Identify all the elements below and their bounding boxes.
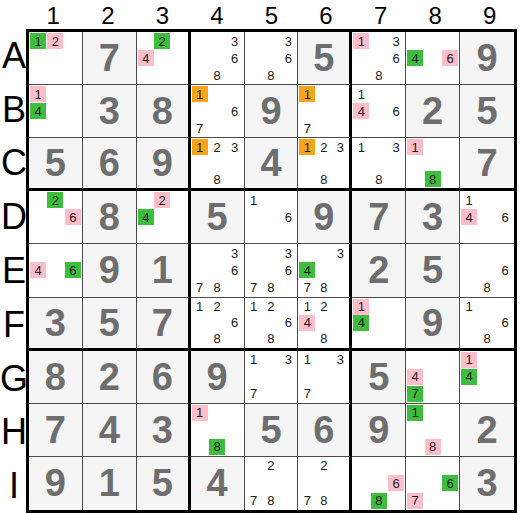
- candidate-7: 7: [192, 280, 208, 296]
- candidate-3: 3: [388, 33, 404, 49]
- pencil-marks: 18: [407, 405, 458, 455]
- candidate-3: 3: [227, 245, 243, 261]
- cell-F7[interactable]: 14: [352, 298, 406, 351]
- cell-G4[interactable]: 9: [191, 351, 245, 404]
- cell-value: 7: [99, 39, 120, 77]
- cell-D1[interactable]: 26: [29, 191, 83, 244]
- cell-E3[interactable]: 1: [137, 244, 191, 297]
- cell-C3[interactable]: 9: [137, 138, 191, 191]
- column-label-4: 4: [190, 0, 245, 29]
- cell-C2[interactable]: 6: [83, 138, 137, 191]
- candidate-1: 1: [246, 352, 262, 368]
- cell-C7[interactable]: 138: [352, 138, 406, 191]
- cell-value: 9: [422, 304, 443, 342]
- cell-value: 1: [99, 464, 120, 502]
- pencil-marks: 17: [299, 86, 348, 136]
- pencil-marks: 18: [192, 405, 243, 455]
- cell-value: 9: [260, 92, 281, 130]
- candidate-6: 6: [280, 262, 296, 278]
- candidate-1-green: 1: [407, 405, 423, 421]
- cell-value: 5: [152, 464, 173, 502]
- candidate-4-green: 4: [407, 50, 423, 66]
- candidate-6-pink: 6: [388, 475, 404, 491]
- cell-value: 9: [45, 464, 66, 502]
- cell-H6[interactable]: 6: [298, 404, 352, 457]
- candidate-6: 6: [497, 209, 513, 225]
- cell-D6[interactable]: 9: [298, 191, 352, 244]
- cell-C9[interactable]: 7: [460, 138, 514, 191]
- candidate-8: 8: [316, 280, 332, 296]
- candidate-8-green: 8: [425, 171, 441, 187]
- cell-H8[interactable]: 18: [406, 404, 460, 457]
- cell-H3[interactable]: 3: [137, 404, 191, 457]
- cell-value: 4: [260, 144, 281, 182]
- candidate-4-green: 4: [299, 262, 315, 278]
- column-label-6: 6: [299, 0, 354, 29]
- candidate-4-green: 4: [353, 315, 369, 331]
- candidate-1: 1: [299, 352, 315, 368]
- candidate-1: 1: [461, 299, 477, 315]
- pencil-marks: 47: [407, 352, 458, 402]
- cell-D9[interactable]: 146: [460, 191, 514, 244]
- cell-E2[interactable]: 9: [83, 244, 137, 297]
- pencil-marks: 167: [192, 86, 243, 136]
- row-label-C: C: [0, 137, 28, 191]
- pencil-marks: 138: [353, 139, 404, 187]
- pencil-marks: 137: [299, 352, 348, 402]
- cell-value: 7: [45, 411, 66, 449]
- candidate-4-green: 4: [461, 369, 477, 385]
- cell-A9[interactable]: 9: [460, 32, 514, 85]
- candidate-8: 8: [209, 171, 225, 187]
- candidate-6-green: 6: [442, 475, 458, 491]
- cell-I3[interactable]: 5: [137, 457, 191, 510]
- candidate-1-pink: 1: [353, 299, 369, 315]
- candidate-8: 8: [209, 280, 225, 296]
- candidate-7: 7: [299, 120, 315, 136]
- cell-F1[interactable]: 3: [29, 298, 83, 351]
- candidate-6-pink: 6: [65, 209, 81, 225]
- cell-B1[interactable]: 14: [29, 85, 83, 138]
- row-label-I: I: [0, 459, 28, 513]
- candidate-8: 8: [209, 67, 225, 83]
- cell-G8[interactable]: 47: [406, 351, 460, 404]
- pencil-marks: 68: [461, 245, 513, 295]
- candidate-2: 2: [209, 139, 225, 155]
- cell-H1[interactable]: 7: [29, 404, 83, 457]
- pencil-marks: 368: [246, 33, 297, 83]
- candidate-1: 1: [461, 192, 477, 208]
- candidate-4-green: 4: [138, 209, 154, 225]
- cell-G5[interactable]: 137: [245, 351, 299, 404]
- candidate-2-pink: 2: [154, 192, 170, 208]
- candidate-8-pink: 8: [425, 439, 441, 455]
- pencil-marks: 1268: [192, 299, 243, 347]
- column-label-9: 9: [462, 0, 517, 29]
- cell-E4[interactable]: 3678: [191, 244, 245, 297]
- candidate-2: 2: [263, 299, 279, 315]
- cell-D7[interactable]: 7: [352, 191, 406, 244]
- column-label-2: 2: [81, 0, 136, 29]
- candidate-6: 6: [497, 315, 513, 331]
- candidate-8: 8: [479, 331, 495, 347]
- candidate-1: 1: [246, 192, 262, 208]
- pencil-marks: 14: [461, 352, 513, 402]
- column-label-8: 8: [408, 0, 463, 29]
- cell-value: 2: [368, 251, 389, 289]
- candidate-6: 6: [497, 262, 513, 278]
- candidate-2-green: 2: [47, 192, 63, 208]
- cell-B9[interactable]: 5: [460, 85, 514, 138]
- cell-G1[interactable]: 8: [29, 351, 83, 404]
- pencil-marks: 3678: [192, 245, 243, 295]
- candidate-3: 3: [227, 139, 243, 155]
- sudoku-board: 1272436836851368469143816791714625569123…: [26, 29, 517, 513]
- candidate-7-green: 7: [407, 386, 423, 402]
- column-label-5: 5: [244, 0, 299, 29]
- pencil-marks: 14: [353, 299, 404, 347]
- cell-F9[interactable]: 168: [460, 298, 514, 351]
- pencil-marks: 1248: [299, 299, 348, 347]
- candidate-2: 2: [316, 139, 332, 155]
- pencil-marks: 46: [30, 245, 81, 295]
- cell-value: 6: [152, 358, 173, 396]
- candidate-7: 7: [246, 280, 262, 296]
- cell-D8[interactable]: 3: [406, 191, 460, 244]
- candidate-1: 1: [353, 86, 369, 102]
- candidate-3: 3: [280, 245, 296, 261]
- cell-D3[interactable]: 24: [137, 191, 191, 244]
- cell-value: 5: [99, 304, 120, 342]
- cell-F5[interactable]: 1268: [245, 298, 299, 351]
- candidate-7: 7: [246, 386, 262, 402]
- cell-C4[interactable]: 1238: [191, 138, 245, 191]
- candidate-6: 6: [227, 262, 243, 278]
- cell-G3[interactable]: 6: [137, 351, 191, 404]
- cell-B8[interactable]: 2: [406, 85, 460, 138]
- candidate-6: 6: [280, 209, 296, 225]
- pencil-marks: 68: [353, 458, 404, 509]
- candidate-7: 7: [192, 120, 208, 136]
- candidate-6: 6: [280, 315, 296, 331]
- candidate-8: 8: [316, 171, 332, 187]
- candidate-8: 8: [209, 331, 225, 347]
- pencil-marks: 137: [246, 352, 297, 402]
- candidate-3: 3: [332, 352, 348, 368]
- pencil-marks: 67: [407, 458, 458, 509]
- pencil-marks: 3478: [299, 245, 348, 295]
- cell-D4[interactable]: 5: [191, 191, 245, 244]
- cell-E8[interactable]: 5: [406, 244, 460, 297]
- cell-value: 3: [476, 464, 497, 502]
- pencil-marks: 16: [246, 192, 297, 242]
- cell-value: 3: [152, 411, 173, 449]
- row-label-B: B: [0, 83, 28, 137]
- cell-B6[interactable]: 17: [298, 85, 352, 138]
- cell-I6[interactable]: 278: [298, 457, 352, 510]
- cell-B4[interactable]: 167: [191, 85, 245, 138]
- cell-value: 5: [422, 251, 443, 289]
- candidate-3: 3: [227, 33, 243, 49]
- candidate-4-pink: 4: [407, 369, 423, 385]
- cell-value: 5: [45, 144, 66, 182]
- candidate-8: 8: [371, 67, 387, 83]
- column-labels: 123456789: [26, 0, 517, 29]
- cell-E1[interactable]: 46: [29, 244, 83, 297]
- candidate-2: 2: [316, 299, 332, 315]
- pencil-marks: 3678: [246, 245, 297, 295]
- row-label-D: D: [0, 190, 28, 244]
- cell-value: 5: [207, 198, 228, 236]
- sudoku-app: 123456789 ABCDEFGHI 12724368368513684691…: [0, 0, 520, 513]
- column-label-7: 7: [353, 0, 408, 29]
- cell-D2[interactable]: 8: [83, 191, 137, 244]
- pencil-marks: 14: [30, 86, 81, 136]
- candidate-1-orange: 1: [299, 86, 315, 102]
- candidate-1-orange: 1: [192, 139, 208, 155]
- cell-C6[interactable]: 1238: [298, 138, 352, 191]
- cell-I9[interactable]: 3: [460, 457, 514, 510]
- cell-A4[interactable]: 368: [191, 32, 245, 85]
- candidate-2-pink: 2: [47, 33, 63, 49]
- cell-A3[interactable]: 24: [137, 32, 191, 85]
- candidate-8: 8: [263, 67, 279, 83]
- cell-D5[interactable]: 16: [245, 191, 299, 244]
- cell-value: 4: [207, 464, 228, 502]
- candidate-1: 1: [246, 299, 262, 315]
- cell-value: 3: [422, 198, 443, 236]
- cell-I8[interactable]: 67: [406, 457, 460, 510]
- candidate-3: 3: [280, 33, 296, 49]
- pencil-marks: 278: [299, 458, 348, 509]
- row-label-F: F: [0, 298, 28, 352]
- cell-C8[interactable]: 18: [406, 138, 460, 191]
- cell-C5[interactable]: 4: [245, 138, 299, 191]
- candidate-1-green: 1: [30, 33, 46, 49]
- row-label-G: G: [0, 352, 28, 406]
- candidate-1-orange: 1: [192, 86, 208, 102]
- cell-B3[interactable]: 8: [137, 85, 191, 138]
- cell-F4[interactable]: 1268: [191, 298, 245, 351]
- candidate-1-pink: 1: [192, 405, 208, 421]
- candidate-8-green: 8: [209, 439, 225, 455]
- cell-H7[interactable]: 9: [352, 404, 406, 457]
- cell-C1[interactable]: 5: [29, 138, 83, 191]
- cell-A1[interactable]: 12: [29, 32, 83, 85]
- cell-A6[interactable]: 5: [298, 32, 352, 85]
- pencil-marks: 146: [353, 86, 404, 136]
- candidate-1-pink: 1: [353, 33, 369, 49]
- cell-F8[interactable]: 9: [406, 298, 460, 351]
- candidate-6: 6: [280, 50, 296, 66]
- candidate-2: 2: [209, 299, 225, 315]
- cell-H5[interactable]: 5: [245, 404, 299, 457]
- cell-value: 7: [368, 198, 389, 236]
- cell-value: 5: [260, 411, 281, 449]
- pencil-marks: 24: [138, 192, 187, 242]
- cell-value: 7: [476, 144, 497, 182]
- candidate-3: 3: [332, 139, 348, 155]
- cell-G2[interactable]: 2: [83, 351, 137, 404]
- candidate-6: 6: [227, 315, 243, 331]
- candidate-6-green: 6: [65, 262, 81, 278]
- candidate-4-pink: 4: [353, 103, 369, 119]
- cell-value: 9: [476, 39, 497, 77]
- pencil-marks: 26: [30, 192, 81, 242]
- candidate-8: 8: [263, 280, 279, 296]
- pencil-marks: 18: [407, 139, 458, 187]
- pencil-marks: 1268: [246, 299, 297, 347]
- cell-A8[interactable]: 46: [406, 32, 460, 85]
- column-label-3: 3: [135, 0, 190, 29]
- row-labels: ABCDEFGHI: [0, 29, 26, 513]
- pencil-marks: 168: [461, 299, 513, 347]
- candidate-1-pink: 1: [407, 139, 423, 155]
- cell-value: 9: [152, 144, 173, 182]
- cell-F6[interactable]: 1248: [298, 298, 352, 351]
- pencil-marks: 1238: [299, 139, 348, 187]
- cell-value: 9: [313, 198, 334, 236]
- cell-A2[interactable]: 7: [83, 32, 137, 85]
- cell-B7[interactable]: 146: [352, 85, 406, 138]
- candidate-1-pink: 1: [461, 352, 477, 368]
- cell-H4[interactable]: 18: [191, 404, 245, 457]
- cell-I7[interactable]: 68: [352, 457, 406, 510]
- candidate-2: 2: [316, 458, 332, 474]
- candidate-3: 3: [388, 139, 404, 155]
- cell-B5[interactable]: 9: [245, 85, 299, 138]
- cell-value: 2: [99, 358, 120, 396]
- candidate-4-pink: 4: [299, 315, 315, 331]
- cell-value: 8: [45, 358, 66, 396]
- pencil-marks: 12: [30, 33, 81, 83]
- cell-I5[interactable]: 278: [245, 457, 299, 510]
- pencil-marks: 24: [138, 33, 187, 83]
- candidate-1-pink: 1: [30, 86, 46, 102]
- candidate-3: 3: [332, 245, 348, 261]
- cell-H9[interactable]: 2: [460, 404, 514, 457]
- cell-value: 5: [368, 358, 389, 396]
- candidate-8: 8: [316, 493, 332, 509]
- cell-G7[interactable]: 5: [352, 351, 406, 404]
- cell-F3[interactable]: 7: [137, 298, 191, 351]
- cell-I1[interactable]: 9: [29, 457, 83, 510]
- candidate-1-orange: 1: [299, 139, 315, 155]
- cell-value: 9: [368, 411, 389, 449]
- cell-value: 2: [422, 92, 443, 130]
- pencil-marks: 368: [192, 33, 243, 83]
- cell-A5[interactable]: 368: [245, 32, 299, 85]
- candidate-7: 7: [299, 493, 315, 509]
- cell-E6[interactable]: 3478: [298, 244, 352, 297]
- cell-I2[interactable]: 1: [83, 457, 137, 510]
- cell-G6[interactable]: 137: [298, 351, 352, 404]
- candidate-4-pink: 4: [461, 209, 477, 225]
- cell-value: 1: [152, 251, 173, 289]
- candidate-8: 8: [263, 493, 279, 509]
- cell-H2[interactable]: 4: [83, 404, 137, 457]
- candidate-1: 1: [353, 139, 369, 155]
- candidate-8-green: 8: [371, 493, 387, 509]
- candidate-8: 8: [316, 331, 332, 347]
- cell-value: 2: [476, 411, 497, 449]
- pencil-marks: 146: [461, 192, 513, 242]
- pencil-marks: 1368: [353, 33, 404, 83]
- row-label-H: H: [0, 405, 28, 459]
- candidate-7-pink: 7: [407, 493, 423, 509]
- cell-F2[interactable]: 5: [83, 298, 137, 351]
- candidate-1: 1: [192, 299, 208, 315]
- candidate-4-pink: 4: [30, 262, 46, 278]
- pencil-marks: 1238: [192, 139, 243, 187]
- candidate-3: 3: [280, 352, 296, 368]
- cell-G9[interactable]: 14: [460, 351, 514, 404]
- cell-value: 3: [99, 92, 120, 130]
- candidate-2: 2: [263, 458, 279, 474]
- cell-E5[interactable]: 3678: [245, 244, 299, 297]
- row-label-E: E: [0, 244, 28, 298]
- cell-value: 8: [152, 92, 173, 130]
- candidate-8: 8: [263, 331, 279, 347]
- pencil-marks: 278: [246, 458, 297, 509]
- cell-value: 8: [99, 198, 120, 236]
- column-label-1: 1: [26, 0, 81, 29]
- cell-value: 9: [99, 251, 120, 289]
- candidate-6: 6: [227, 103, 243, 119]
- pencil-marks: 46: [407, 33, 458, 83]
- candidate-8: 8: [479, 280, 495, 296]
- candidate-7: 7: [246, 493, 262, 509]
- cell-value: 6: [313, 411, 334, 449]
- cell-value: 3: [45, 304, 66, 342]
- cell-value: 5: [476, 92, 497, 130]
- candidate-6: 6: [388, 50, 404, 66]
- cell-B2[interactable]: 3: [83, 85, 137, 138]
- candidate-6-pink: 6: [442, 50, 458, 66]
- cell-value: 7: [152, 304, 173, 342]
- candidate-7: 7: [299, 280, 315, 296]
- cell-value: 9: [207, 358, 228, 396]
- candidate-8: 8: [371, 171, 387, 187]
- candidate-4-green: 4: [30, 103, 46, 119]
- candidate-6: 6: [227, 50, 243, 66]
- candidate-2-green: 2: [154, 33, 170, 49]
- cell-E9[interactable]: 68: [460, 244, 514, 297]
- candidate-1: 1: [299, 299, 315, 315]
- cell-value: 4: [99, 411, 120, 449]
- row-label-A: A: [0, 29, 28, 83]
- cell-A7[interactable]: 1368: [352, 32, 406, 85]
- cell-E7[interactable]: 2: [352, 244, 406, 297]
- cell-value: 6: [99, 144, 120, 182]
- cell-I4[interactable]: 4: [191, 457, 245, 510]
- cell-value: 5: [313, 39, 334, 77]
- candidate-6: 6: [388, 103, 404, 119]
- candidate-7: 7: [299, 386, 315, 402]
- candidate-4-pink: 4: [138, 50, 154, 66]
